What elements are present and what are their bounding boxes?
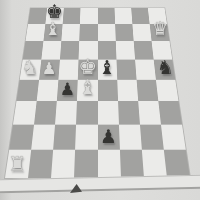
piece-black-pawn-e2[interactable]: ♟ [100,128,117,147]
square-b3[interactable] [34,101,57,124]
square-h4[interactable] [156,79,179,101]
piece-black-pawn-c4[interactable]: ♟ [60,81,75,98]
square-c5[interactable] [59,59,79,79]
square-b1[interactable] [28,150,53,178]
square-g7[interactable] [132,24,151,41]
piece-white-pawn-b5[interactable]: ♟ [42,60,57,77]
square-d7[interactable] [80,24,98,41]
square-e8[interactable] [98,8,115,24]
square-a4[interactable] [17,79,40,101]
chessboard-photo: ♚♝♛♞♟♚♝♞♟♝♟♜ [0,0,200,200]
square-c2[interactable] [53,124,76,150]
square-c1[interactable] [51,150,75,178]
piece-white-rook-a1[interactable]: ♜ [8,154,26,174]
square-e1[interactable] [98,150,121,178]
piece-white-bishop-b7[interactable]: ♝ [45,21,61,39]
square-f4[interactable] [117,79,138,101]
square-c8[interactable] [63,8,81,24]
piece-white-queen-h7[interactable]: ♛ [152,20,169,39]
square-d1[interactable] [74,150,97,178]
square-h3[interactable] [158,101,182,124]
square-e4[interactable] [98,79,118,101]
square-b6[interactable] [41,41,61,59]
square-c3[interactable] [55,101,77,124]
square-f8[interactable] [114,8,132,24]
square-e7[interactable] [98,24,116,41]
square-c6[interactable] [60,41,79,59]
square-g6[interactable] [133,41,153,59]
piece-white-bishop-d4[interactable]: ♝ [78,78,96,98]
piece-white-king-d5[interactable]: ♚ [78,56,97,77]
square-g5[interactable] [135,59,156,79]
square-h2[interactable] [161,124,186,150]
square-f6[interactable] [115,41,134,59]
square-b2[interactable] [31,124,55,150]
square-g1[interactable] [142,150,167,178]
square-e3[interactable] [98,101,119,124]
square-a2[interactable] [9,124,34,150]
square-b4[interactable] [37,79,59,101]
square-f1[interactable] [120,150,144,178]
square-c7[interactable] [62,24,81,41]
square-a3[interactable] [13,101,37,124]
square-f5[interactable] [116,59,136,79]
square-d2[interactable] [75,124,97,150]
square-d3[interactable] [76,101,97,124]
square-g2[interactable] [140,124,164,150]
piece-black-knight-h5[interactable]: ♞ [157,58,174,77]
square-g8[interactable] [131,8,150,24]
piece-white-knight-a5[interactable]: ♞ [21,58,38,77]
square-a7[interactable] [26,24,46,41]
square-d8[interactable] [80,8,97,24]
square-h1[interactable] [164,150,190,178]
square-f3[interactable] [118,101,140,124]
square-g3[interactable] [138,101,161,124]
piece-black-bishop-e5[interactable]: ♝ [99,58,116,77]
square-f7[interactable] [115,24,134,41]
square-g4[interactable] [136,79,158,101]
square-f2[interactable] [119,124,142,150]
